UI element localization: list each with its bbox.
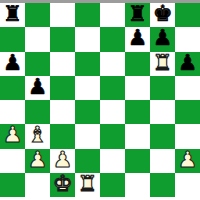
- square-f8[interactable]: ♜: [125, 3, 150, 27]
- square-h1[interactable]: [175, 173, 200, 197]
- piece-black-pawn[interactable]: ♟: [153, 27, 173, 49]
- square-b8[interactable]: [25, 3, 50, 27]
- square-h3[interactable]: [175, 124, 200, 148]
- piece-black-rook[interactable]: ♜: [3, 3, 23, 25]
- square-g8[interactable]: ♚: [150, 3, 175, 27]
- piece-white-bishop[interactable]: ♝: [28, 124, 48, 146]
- square-d3[interactable]: [75, 124, 100, 148]
- square-d5[interactable]: [75, 76, 100, 100]
- square-b6[interactable]: [25, 52, 50, 76]
- square-g3[interactable]: [150, 124, 175, 148]
- square-g2[interactable]: [150, 149, 175, 173]
- piece-black-king[interactable]: ♚: [153, 3, 173, 25]
- square-g5[interactable]: [150, 76, 175, 100]
- piece-black-pawn[interactable]: ♟: [3, 52, 23, 74]
- square-e5[interactable]: [100, 76, 125, 100]
- square-g1[interactable]: [150, 173, 175, 197]
- square-c4[interactable]: [50, 100, 75, 124]
- piece-white-king[interactable]: ♚: [53, 173, 73, 195]
- square-e3[interactable]: [100, 124, 125, 148]
- square-e8[interactable]: [100, 3, 125, 27]
- square-d6[interactable]: [75, 52, 100, 76]
- square-f2[interactable]: [125, 149, 150, 173]
- piece-white-pawn[interactable]: ♟: [53, 149, 73, 171]
- square-h8[interactable]: [175, 3, 200, 27]
- square-e7[interactable]: [100, 27, 125, 51]
- square-h6[interactable]: ♟: [175, 52, 200, 76]
- square-a7[interactable]: [0, 27, 25, 51]
- square-a6[interactable]: ♟: [0, 52, 25, 76]
- square-b5[interactable]: ♟: [25, 76, 50, 100]
- square-h5[interactable]: [175, 76, 200, 100]
- square-c3[interactable]: [50, 124, 75, 148]
- square-b7[interactable]: [25, 27, 50, 51]
- square-g4[interactable]: [150, 100, 175, 124]
- square-a1[interactable]: [0, 173, 25, 197]
- square-a4[interactable]: [0, 100, 25, 124]
- square-h4[interactable]: [175, 100, 200, 124]
- square-g7[interactable]: ♟: [150, 27, 175, 51]
- square-d1[interactable]: ♜: [75, 173, 100, 197]
- square-b3[interactable]: ♝: [25, 124, 50, 148]
- square-f4[interactable]: [125, 100, 150, 124]
- chess-board: ♜♜♚♟♟♟♜♟♟♟♝♟♟♟♚♜: [0, 3, 200, 197]
- square-b2[interactable]: ♟: [25, 149, 50, 173]
- piece-white-pawn[interactable]: ♟: [3, 124, 23, 146]
- square-b1[interactable]: [25, 173, 50, 197]
- square-f5[interactable]: [125, 76, 150, 100]
- square-c6[interactable]: [50, 52, 75, 76]
- window-edge-bottom: [0, 197, 200, 200]
- square-a2[interactable]: [0, 149, 25, 173]
- square-e2[interactable]: [100, 149, 125, 173]
- piece-black-pawn[interactable]: ♟: [178, 52, 198, 74]
- square-e6[interactable]: [100, 52, 125, 76]
- square-g6[interactable]: ♜: [150, 52, 175, 76]
- square-c7[interactable]: [50, 27, 75, 51]
- square-a8[interactable]: ♜: [0, 3, 25, 27]
- square-d8[interactable]: [75, 3, 100, 27]
- square-c8[interactable]: [50, 3, 75, 27]
- piece-black-rook[interactable]: ♜: [128, 3, 148, 25]
- square-c5[interactable]: [50, 76, 75, 100]
- piece-black-pawn[interactable]: ♟: [128, 27, 148, 49]
- piece-white-rook[interactable]: ♜: [153, 52, 173, 74]
- square-b4[interactable]: [25, 100, 50, 124]
- square-d4[interactable]: [75, 100, 100, 124]
- piece-white-rook[interactable]: ♜: [78, 173, 98, 195]
- square-d2[interactable]: [75, 149, 100, 173]
- square-a3[interactable]: ♟: [0, 124, 25, 148]
- square-a5[interactable]: [0, 76, 25, 100]
- square-c1[interactable]: ♚: [50, 173, 75, 197]
- square-c2[interactable]: ♟: [50, 149, 75, 173]
- square-h2[interactable]: ♟: [175, 149, 200, 173]
- piece-white-pawn[interactable]: ♟: [28, 149, 48, 171]
- square-e4[interactable]: [100, 100, 125, 124]
- square-f6[interactable]: [125, 52, 150, 76]
- square-f3[interactable]: [125, 124, 150, 148]
- square-f1[interactable]: [125, 173, 150, 197]
- square-d7[interactable]: [75, 27, 100, 51]
- square-h7[interactable]: [175, 27, 200, 51]
- piece-black-pawn[interactable]: ♟: [28, 76, 48, 98]
- chess-app-window: ♜♜♚♟♟♟♜♟♟♟♝♟♟♟♚♜: [0, 0, 200, 200]
- square-f7[interactable]: ♟: [125, 27, 150, 51]
- piece-white-pawn[interactable]: ♟: [178, 149, 198, 171]
- square-e1[interactable]: [100, 173, 125, 197]
